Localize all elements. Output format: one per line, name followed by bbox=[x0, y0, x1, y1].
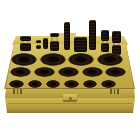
oring-peg-stack bbox=[74, 37, 87, 52]
oring-stack-segment bbox=[89, 20, 96, 50]
oring-stack-segment bbox=[20, 43, 31, 51]
case-lid-front bbox=[5, 98, 135, 113]
oring-peg-stack bbox=[89, 20, 96, 50]
oring-compartment-small bbox=[101, 80, 115, 88]
mold-mark bbox=[20, 89, 22, 94]
mold-mark bbox=[17, 89, 19, 94]
oring-peg-stack bbox=[36, 40, 41, 49]
oring-compartment-small bbox=[83, 80, 97, 88]
oring-kit-photo bbox=[0, 0, 140, 140]
oring-stack-segment bbox=[101, 30, 109, 41]
mold-mark bbox=[114, 89, 116, 94]
mold-marks-right bbox=[110, 89, 119, 94]
oring-compartment-medium bbox=[10, 67, 31, 77]
mold-mark bbox=[110, 89, 112, 94]
oring-peg-stack bbox=[112, 31, 121, 55]
oring-stack-segment bbox=[112, 31, 121, 43]
oring-compartment-medium bbox=[34, 67, 55, 77]
oring-compartment-medium bbox=[105, 67, 126, 77]
oring-compartment-large bbox=[68, 53, 94, 66]
oring-stack-segment bbox=[50, 41, 59, 51]
oring-stack-segment bbox=[101, 43, 109, 52]
oring-stack-segment bbox=[64, 22, 70, 50]
lid-seam bbox=[8, 103, 132, 104]
oring-compartment-medium bbox=[58, 67, 79, 77]
oring-compartment-large bbox=[11, 53, 37, 66]
oring-peg-stack bbox=[43, 38, 48, 49]
oring-compartment-large bbox=[97, 53, 123, 66]
oring-peg-stack bbox=[20, 36, 31, 51]
oring-peg-stack bbox=[101, 30, 109, 52]
lid-latch bbox=[63, 94, 77, 100]
oring-peg-stack bbox=[64, 22, 70, 50]
oring-compartment-medium bbox=[82, 67, 103, 77]
oring-compartment-small bbox=[46, 80, 60, 88]
oring-stack-segment bbox=[36, 45, 41, 49]
oring-stack-segment bbox=[43, 38, 48, 49]
oring-stack-segment bbox=[74, 37, 87, 52]
oring-peg-stack bbox=[50, 33, 59, 51]
oring-compartment-small bbox=[28, 80, 42, 88]
oring-compartment-small bbox=[64, 80, 78, 88]
mold-mark bbox=[13, 89, 15, 94]
oring-compartment-large bbox=[40, 53, 66, 66]
mold-marks-left bbox=[13, 89, 22, 94]
oring-compartment-small bbox=[9, 80, 23, 88]
mold-mark bbox=[117, 89, 119, 94]
latch-notch bbox=[69, 97, 72, 100]
